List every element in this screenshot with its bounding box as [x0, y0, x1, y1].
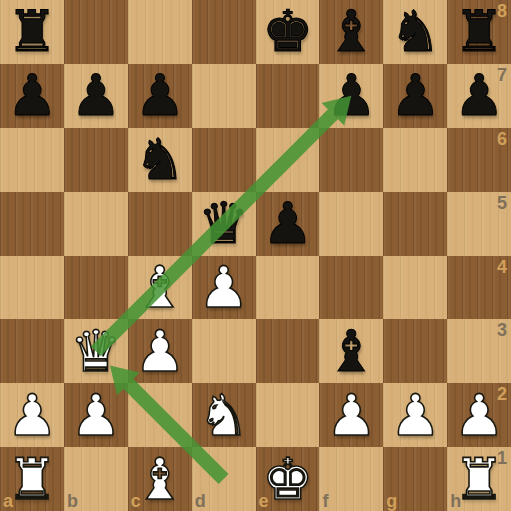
square-e5[interactable]: ♟: [256, 192, 320, 256]
black-queen-d5[interactable]: ♛: [192, 192, 256, 256]
square-h8[interactable]: ♜8: [447, 0, 511, 64]
square-b4[interactable]: [64, 256, 128, 320]
square-h6[interactable]: 6: [447, 128, 511, 192]
square-e2[interactable]: [256, 383, 320, 447]
white-pawn-g2[interactable]: ♟: [383, 383, 447, 447]
coord-rank-5: 5: [497, 193, 507, 214]
square-h1[interactable]: ♜h1: [447, 447, 511, 511]
square-b5[interactable]: [64, 192, 128, 256]
square-f1[interactable]: f: [319, 447, 383, 511]
square-c4[interactable]: ♝: [128, 256, 192, 320]
square-g7[interactable]: ♟: [383, 64, 447, 128]
board-squares: ♜♚♝♞♜8♟♟♟♟♟♟7♞6♛♟5♝♟4♛♟♝3♟♟♞♟♟♟2♜ab♝cd♚e…: [0, 0, 511, 511]
square-f7[interactable]: ♟: [319, 64, 383, 128]
square-a4[interactable]: [0, 256, 64, 320]
square-g2[interactable]: ♟: [383, 383, 447, 447]
square-h7[interactable]: ♟7: [447, 64, 511, 128]
square-a2[interactable]: ♟: [0, 383, 64, 447]
square-f5[interactable]: [319, 192, 383, 256]
white-pawn-d4[interactable]: ♟: [192, 256, 256, 320]
square-c6[interactable]: ♞: [128, 128, 192, 192]
white-rook-h1[interactable]: ♜: [447, 447, 511, 511]
square-d1[interactable]: d: [192, 447, 256, 511]
square-f3[interactable]: ♝: [319, 319, 383, 383]
square-c2[interactable]: [128, 383, 192, 447]
black-pawn-h7[interactable]: ♟: [447, 64, 511, 128]
black-pawn-c7[interactable]: ♟: [128, 64, 192, 128]
square-e1[interactable]: ♚e: [256, 447, 320, 511]
square-g4[interactable]: [383, 256, 447, 320]
white-pawn-a2[interactable]: ♟: [0, 383, 64, 447]
square-a7[interactable]: ♟: [0, 64, 64, 128]
white-bishop-c4[interactable]: ♝: [128, 256, 192, 320]
square-b8[interactable]: [64, 0, 128, 64]
square-g3[interactable]: [383, 319, 447, 383]
square-d3[interactable]: [192, 319, 256, 383]
white-pawn-h2[interactable]: ♟: [447, 383, 511, 447]
black-knight-g8[interactable]: ♞: [383, 0, 447, 64]
white-queen-b3[interactable]: ♛: [64, 319, 128, 383]
square-b3[interactable]: ♛: [64, 319, 128, 383]
square-h3[interactable]: 3: [447, 319, 511, 383]
white-pawn-b2[interactable]: ♟: [64, 383, 128, 447]
white-knight-d2[interactable]: ♞: [192, 383, 256, 447]
coord-rank-4: 4: [497, 257, 507, 278]
square-a8[interactable]: ♜: [0, 0, 64, 64]
white-pawn-f2[interactable]: ♟: [319, 383, 383, 447]
coord-file-f: f: [322, 491, 328, 511]
square-b7[interactable]: ♟: [64, 64, 128, 128]
square-h5[interactable]: 5: [447, 192, 511, 256]
square-e4[interactable]: [256, 256, 320, 320]
coord-file-d: d: [195, 491, 206, 511]
square-a5[interactable]: [0, 192, 64, 256]
square-e7[interactable]: [256, 64, 320, 128]
square-a3[interactable]: [0, 319, 64, 383]
square-c7[interactable]: ♟: [128, 64, 192, 128]
black-knight-c6[interactable]: ♞: [128, 128, 192, 192]
black-pawn-f7[interactable]: ♟: [319, 64, 383, 128]
square-d7[interactable]: [192, 64, 256, 128]
white-king-e1[interactable]: ♚: [256, 447, 320, 511]
square-a1[interactable]: ♜a: [0, 447, 64, 511]
square-g6[interactable]: [383, 128, 447, 192]
square-c5[interactable]: [128, 192, 192, 256]
square-g5[interactable]: [383, 192, 447, 256]
square-h2[interactable]: ♟2: [447, 383, 511, 447]
square-a6[interactable]: [0, 128, 64, 192]
square-d8[interactable]: [192, 0, 256, 64]
square-e3[interactable]: [256, 319, 320, 383]
square-c8[interactable]: [128, 0, 192, 64]
black-rook-a8[interactable]: ♜: [0, 0, 64, 64]
square-b6[interactable]: [64, 128, 128, 192]
square-e6[interactable]: [256, 128, 320, 192]
square-h4[interactable]: 4: [447, 256, 511, 320]
white-pawn-c3[interactable]: ♟: [128, 319, 192, 383]
black-pawn-a7[interactable]: ♟: [0, 64, 64, 128]
square-c3[interactable]: ♟: [128, 319, 192, 383]
black-bishop-f3[interactable]: ♝: [319, 319, 383, 383]
square-b2[interactable]: ♟: [64, 383, 128, 447]
coord-rank-6: 6: [497, 129, 507, 150]
chess-board: ♜♚♝♞♜8♟♟♟♟♟♟7♞6♛♟5♝♟4♛♟♝3♟♟♞♟♟♟2♜ab♝cd♚e…: [0, 0, 511, 511]
black-pawn-g7[interactable]: ♟: [383, 64, 447, 128]
black-pawn-e5[interactable]: ♟: [256, 192, 320, 256]
black-king-e8[interactable]: ♚: [256, 0, 320, 64]
coord-rank-3: 3: [497, 320, 507, 341]
square-d5[interactable]: ♛: [192, 192, 256, 256]
square-f2[interactable]: ♟: [319, 383, 383, 447]
square-f4[interactable]: [319, 256, 383, 320]
white-rook-a1[interactable]: ♜: [0, 447, 64, 511]
coord-file-g: g: [386, 491, 397, 511]
square-f6[interactable]: [319, 128, 383, 192]
square-g8[interactable]: ♞: [383, 0, 447, 64]
square-b1[interactable]: b: [64, 447, 128, 511]
square-f8[interactable]: ♝: [319, 0, 383, 64]
square-c1[interactable]: ♝c: [128, 447, 192, 511]
square-e8[interactable]: ♚: [256, 0, 320, 64]
coord-file-b: b: [67, 491, 78, 511]
black-rook-h8[interactable]: ♜: [447, 0, 511, 64]
black-bishop-f8[interactable]: ♝: [319, 0, 383, 64]
square-d6[interactable]: [192, 128, 256, 192]
white-bishop-c1[interactable]: ♝: [128, 447, 192, 511]
square-g1[interactable]: g: [383, 447, 447, 511]
square-d2[interactable]: ♞: [192, 383, 256, 447]
square-d4[interactable]: ♟: [192, 256, 256, 320]
black-pawn-b7[interactable]: ♟: [64, 64, 128, 128]
